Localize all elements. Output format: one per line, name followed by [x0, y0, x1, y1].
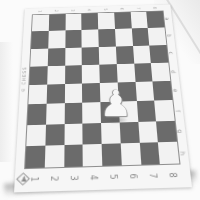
board-square[interactable]	[64, 123, 83, 145]
board-square[interactable]	[119, 121, 139, 143]
board-square[interactable]	[114, 12, 131, 29]
board-square[interactable]	[99, 64, 117, 83]
board-square[interactable]	[131, 28, 149, 46]
board-square[interactable]	[64, 144, 83, 167]
board-square[interactable]	[64, 103, 82, 124]
bottom-coordinate-labels: 12345678	[23, 166, 183, 189]
bottom-label: 6	[122, 167, 143, 186]
board-square[interactable]	[136, 101, 156, 122]
bottom-label: 4	[83, 168, 103, 187]
board-square[interactable]	[28, 85, 47, 105]
board-square[interactable]	[98, 29, 115, 47]
board-square[interactable]	[135, 81, 154, 101]
board-square[interactable]	[65, 14, 82, 31]
board-square[interactable]	[99, 46, 117, 64]
board-square[interactable]	[31, 31, 48, 49]
logo-pawn-icon: ♟	[17, 173, 32, 187]
bottom-label: 5	[102, 167, 123, 186]
board-square[interactable]	[82, 47, 99, 65]
board-square[interactable]	[46, 103, 65, 124]
board-square[interactable]	[49, 14, 66, 31]
corner-logo-icon: ♟	[17, 173, 32, 187]
board-square[interactable]	[32, 15, 49, 32]
board-square[interactable]	[46, 84, 64, 104]
bottom-label: 2	[43, 169, 63, 188]
right-label: d	[163, 68, 186, 75]
board-square[interactable]	[139, 142, 160, 165]
board-square[interactable]	[30, 48, 48, 66]
right-label: f	[167, 106, 191, 114]
board-square[interactable]	[83, 144, 102, 167]
board-square[interactable]	[83, 123, 102, 145]
board-square[interactable]	[82, 30, 99, 48]
board-square[interactable]	[48, 31, 65, 49]
bottom-label: 7	[141, 166, 162, 185]
board-square[interactable]	[133, 45, 151, 63]
right-label: g	[169, 127, 193, 135]
right-label: e	[165, 87, 188, 95]
bottom-label: 8	[161, 166, 183, 185]
right-label: a	[157, 15, 178, 21]
bottom-label: 3	[63, 168, 83, 187]
board-square[interactable]	[130, 12, 148, 29]
board-square[interactable]	[82, 64, 100, 83]
board-square[interactable]	[120, 143, 140, 166]
board-square[interactable]	[138, 121, 158, 143]
board-square[interactable]	[81, 13, 98, 30]
board-square[interactable]	[82, 83, 100, 103]
right-label: b	[159, 32, 181, 39]
right-label: h	[171, 149, 196, 158]
board-square[interactable]	[134, 63, 153, 82]
board-square[interactable]	[27, 104, 46, 125]
board-square[interactable]	[102, 143, 122, 166]
board-square[interactable]	[45, 145, 64, 168]
board-square[interactable]	[29, 66, 47, 85]
board-square[interactable]	[101, 122, 120, 144]
board-square[interactable]	[47, 48, 64, 66]
board-square[interactable]	[98, 13, 115, 30]
board-square[interactable]	[65, 30, 82, 48]
board-square[interactable]	[26, 124, 45, 146]
board-square[interactable]	[65, 65, 83, 84]
board-square[interactable]	[115, 29, 133, 47]
board-square[interactable]	[65, 47, 82, 65]
board-square[interactable]	[64, 84, 82, 104]
board-square[interactable]	[47, 65, 65, 84]
board-square[interactable]	[25, 145, 45, 168]
white-pawn[interactable]: ♟	[99, 84, 133, 124]
photo-background: 12345678 abcdefgh 12345678 © CHESS ♟ ♟	[0, 0, 200, 200]
board-square[interactable]	[45, 124, 64, 146]
board-square[interactable]	[117, 63, 136, 82]
right-label: c	[161, 50, 183, 57]
board-square[interactable]	[116, 46, 134, 64]
